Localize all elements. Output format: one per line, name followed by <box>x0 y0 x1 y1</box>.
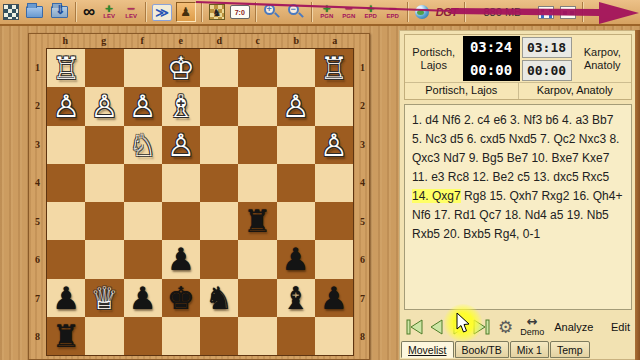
zoom-in-icon: + <box>263 3 281 21</box>
square-c2[interactable] <box>238 87 276 125</box>
tab-book-tb[interactable]: Book/TB <box>455 341 509 358</box>
coordinate-label: 4 <box>354 164 371 203</box>
square-d6[interactable] <box>200 240 238 278</box>
square-a3[interactable]: ♙ <box>315 126 353 164</box>
coordinate-label: g <box>85 34 124 48</box>
square-c4[interactable] <box>238 164 276 202</box>
square-d2[interactable] <box>200 87 238 125</box>
settings-gear-icon[interactable]: ⚙ <box>498 317 513 337</box>
infinite-analysis-button[interactable]: ∞ <box>80 0 98 24</box>
black-pawn: ♟ <box>320 279 348 317</box>
pgn-add-button[interactable]: + PGN <box>316 0 338 24</box>
square-f1[interactable] <box>124 49 162 87</box>
square-c3[interactable] <box>238 126 276 164</box>
white-player-label: Portisch, Lajos <box>405 83 519 99</box>
square-b4[interactable] <box>277 164 315 202</box>
square-e6[interactable]: ♟ <box>162 240 200 278</box>
chessboard-icon <box>3 4 19 20</box>
coordinate-label: f <box>123 34 162 48</box>
coordinate-label: 7 <box>29 279 46 318</box>
dgt-board-button[interactable]: DGT <box>432 0 462 24</box>
fullscreen-button[interactable] <box>535 0 557 24</box>
globe-icon <box>415 5 429 19</box>
black-knight: ♞ <box>205 279 233 317</box>
plus-icon: + <box>105 4 113 13</box>
board-frame: hgfedcba 12345678 12345678 ♖♔♖♙♙♙♗♙♘♙♙♜♟… <box>28 33 370 360</box>
moves-before[interactable]: 1. d4 Nf6 2. c4 e6 3. Nf3 b6 4. a3 Bb7 5… <box>412 113 619 184</box>
memory-value: 880 MB <box>469 6 535 18</box>
time-control-button[interactable]: 7:0 <box>228 0 252 24</box>
black-rook: ♜ <box>243 202 271 240</box>
black-time-main: 03:18 <box>522 37 572 58</box>
epd-add-button[interactable]: + EPD <box>360 0 382 24</box>
black-time-secondary: 00:00 <box>522 60 572 81</box>
rank-labels-right: 12345678 <box>354 48 371 356</box>
demo-button[interactable]: ↔ Demo <box>520 317 544 337</box>
coordinate-label: e <box>162 34 201 48</box>
toolbar-separator <box>464 2 466 22</box>
square-h1[interactable]: ♖ <box>47 49 85 87</box>
white-player-name: Portisch,Lajos <box>405 35 463 82</box>
square-h4[interactable] <box>47 164 85 202</box>
square-f8[interactable] <box>124 317 162 355</box>
toolbar-separator <box>201 2 203 22</box>
coordinate-label: 2 <box>354 87 371 126</box>
open-folder-icon <box>26 6 43 18</box>
square-e5[interactable] <box>162 202 200 240</box>
clock-panel: Portisch,Lajos 03:24 00:00 03:18 00:00 K… <box>404 34 632 100</box>
square-h5[interactable] <box>47 202 85 240</box>
open-button[interactable] <box>22 0 47 24</box>
square-b6[interactable]: ♟ <box>277 240 315 278</box>
square-d4[interactable] <box>200 164 238 202</box>
level-down-button[interactable]: − LEV <box>120 0 142 24</box>
file-labels: hgfedcba <box>46 34 354 48</box>
current-move-highlight[interactable]: 14. Qxg7 <box>412 189 461 203</box>
setup-position-button[interactable]: ♞ <box>206 0 228 24</box>
white-pawn: ♙ <box>52 87 80 125</box>
clock-icon: 7:0 <box>230 5 250 19</box>
square-e2[interactable]: ♗ <box>162 87 200 125</box>
square-c5[interactable]: ♜ <box>238 202 276 240</box>
square-h7[interactable]: ♟ <box>47 279 85 317</box>
window-edge <box>635 30 640 360</box>
square-a2[interactable] <box>315 87 353 125</box>
toolbar-separator <box>407 2 409 22</box>
internet-button[interactable] <box>412 0 432 24</box>
square-d5[interactable] <box>200 202 238 240</box>
white-knight: ♘ <box>129 126 157 164</box>
black-king: ♚ <box>167 279 195 317</box>
square-f4[interactable] <box>124 164 162 202</box>
white-clock-display: 03:24 00:00 <box>463 36 520 81</box>
level-up-button[interactable]: + LEV <box>98 0 120 24</box>
square-e1[interactable]: ♔ <box>162 49 200 87</box>
toolbar: ∞ + LEV − LEV ≫ ♟ ♞ 7:0 + − + PGN − PGN … <box>0 0 640 26</box>
chess-board[interactable]: ♖♔♖♙♙♙♗♙♘♙♙♜♟♟♟♕♟♚♞♝♟♜ <box>46 48 354 356</box>
coordinate-label: 3 <box>354 125 371 164</box>
square-b3[interactable] <box>277 126 315 164</box>
minus-icon: − <box>127 4 135 13</box>
demo-arrows-icon: ↔ <box>527 317 538 327</box>
square-a6[interactable] <box>315 240 353 278</box>
coordinate-label: 4 <box>29 164 46 203</box>
zoom-out-icon: − <box>287 3 305 21</box>
coordinate-label: b <box>277 34 316 48</box>
black-clock-display: 03:18 00:00 <box>522 36 572 81</box>
square-f3[interactable]: ♘ <box>124 126 162 164</box>
black-pawn: ♟ <box>282 240 310 278</box>
fast-forward-icon: ≫ <box>152 4 172 21</box>
black-pawn: ♟ <box>129 279 157 317</box>
square-g8[interactable] <box>85 317 123 355</box>
square-e7[interactable]: ♚ <box>162 279 200 317</box>
white-rook: ♖ <box>320 49 348 87</box>
epd-label: EPD <box>387 13 399 20</box>
square-g1[interactable] <box>85 49 123 87</box>
square-h6[interactable] <box>47 240 85 278</box>
go-to-start-button[interactable] <box>404 316 426 338</box>
toolbar-separator <box>311 2 313 22</box>
square-a7[interactable]: ♟ <box>315 279 353 317</box>
fullscreen-icon <box>538 6 554 19</box>
black-rook: ♜ <box>52 317 80 355</box>
square-e3[interactable]: ♙ <box>162 126 200 164</box>
pgn-label: PGN <box>320 13 333 20</box>
tab-temp[interactable]: Temp <box>550 341 590 358</box>
white-pawn: ♙ <box>282 87 310 125</box>
lev-label: LEV <box>125 13 137 20</box>
square-g5[interactable] <box>85 202 123 240</box>
coordinate-label: 6 <box>29 241 46 280</box>
square-a1[interactable]: ♖ <box>315 49 353 87</box>
white-king: ♔ <box>167 49 195 87</box>
coordinate-label: h <box>46 34 85 48</box>
square-g4[interactable] <box>85 164 123 202</box>
infinity-icon: ∞ <box>80 4 98 20</box>
coordinate-label: 7 <box>354 279 371 318</box>
right-panel: Portisch,Lajos 03:24 00:00 03:18 00:00 K… <box>399 30 635 360</box>
coordinate-label: 8 <box>29 318 46 357</box>
coordinate-label: a <box>316 34 355 48</box>
white-time-main: 03:24 <box>463 36 520 59</box>
square-a5[interactable] <box>315 202 353 240</box>
edit-button[interactable]: Edit <box>611 321 630 333</box>
save-button[interactable] <box>47 0 72 24</box>
zoom-out-button[interactable]: − <box>284 0 308 24</box>
square-b2[interactable]: ♙ <box>277 87 315 125</box>
zoom-in-button[interactable]: + <box>260 0 284 24</box>
move-list: 1. d4 Nf6 2. c4 e6 3. Nf3 b6 4. a3 Bb7 5… <box>412 111 624 244</box>
coordinate-label: c <box>239 34 278 48</box>
white-pawn: ♙ <box>90 87 118 125</box>
rank-labels-left: 12345678 <box>29 48 46 356</box>
square-h3[interactable] <box>47 126 85 164</box>
square-b1[interactable] <box>277 49 315 87</box>
square-g2[interactable]: ♙ <box>85 87 123 125</box>
square-d3[interactable] <box>200 126 238 164</box>
white-queen: ♕ <box>90 279 118 317</box>
toolbar-separator <box>75 2 77 22</box>
black-bishop: ♝ <box>282 279 310 317</box>
dual-view-button[interactable] <box>557 0 579 24</box>
square-h2[interactable]: ♙ <box>47 87 85 125</box>
toolbar-separator <box>145 2 147 22</box>
demo-label: Demo <box>520 327 544 337</box>
square-d1[interactable] <box>200 49 238 87</box>
coordinate-label: 1 <box>29 48 46 87</box>
square-g3[interactable] <box>85 126 123 164</box>
new-board-button[interactable] <box>0 0 22 24</box>
square-d8[interactable] <box>200 317 238 355</box>
square-c8[interactable] <box>238 317 276 355</box>
coordinate-label: 5 <box>354 202 371 241</box>
pgn-remove-button[interactable]: − PGN <box>338 0 360 24</box>
black-player-name: Karpov,Anatoly <box>574 35 632 82</box>
square-f5[interactable] <box>124 202 162 240</box>
plus-icon: + <box>323 4 331 13</box>
square-d7[interactable]: ♞ <box>200 279 238 317</box>
tab-mix1[interactable]: Mix 1 <box>510 341 549 358</box>
black-player-label: Karpov, Anatoly <box>519 83 632 99</box>
coordinate-label: 1 <box>354 48 371 87</box>
square-f2[interactable]: ♙ <box>124 87 162 125</box>
square-c7[interactable] <box>238 279 276 317</box>
epd-label: EPD <box>365 13 377 20</box>
white-rook: ♖ <box>52 49 80 87</box>
plus-icon: + <box>367 4 375 13</box>
square-e4[interactable] <box>162 164 200 202</box>
save-icon <box>51 6 68 18</box>
square-h8[interactable]: ♜ <box>47 317 85 355</box>
square-c6[interactable] <box>238 240 276 278</box>
minus-icon: − <box>345 4 353 13</box>
white-pawn: ♙ <box>320 126 348 164</box>
analyze-button[interactable]: Analyze <box>554 321 593 333</box>
tab-movelist[interactable]: Movelist <box>401 341 454 358</box>
toolbar-separator <box>255 2 257 22</box>
dual-monitor-icon <box>560 6 576 19</box>
movelist-panel[interactable]: 1. d4 Nf6 2. c4 e6 3. Nf3 b6 4. a3 Bb7 5… <box>404 104 632 310</box>
engine-icon: ♟ <box>176 2 196 22</box>
setup-board-icon: ♞ <box>209 4 225 20</box>
toolbar-separator <box>582 2 584 22</box>
square-b7[interactable]: ♝ <box>277 279 315 317</box>
square-b5[interactable] <box>277 202 315 240</box>
engine-toggle-button[interactable]: ♟ <box>174 0 198 24</box>
fast-forward-button[interactable]: ≫ <box>150 0 174 24</box>
coordinate-label: d <box>200 34 239 48</box>
square-a4[interactable] <box>315 164 353 202</box>
panel-tabs: Movelist Book/TB Mix 1 Temp <box>401 341 590 358</box>
square-f7[interactable]: ♟ <box>124 279 162 317</box>
coordinate-label: 6 <box>354 241 371 280</box>
black-pawn: ♟ <box>52 279 80 317</box>
dgt-logo: DGT <box>432 6 462 18</box>
coordinate-label: 5 <box>29 202 46 241</box>
square-g6[interactable] <box>85 240 123 278</box>
white-time-secondary: 00:00 <box>463 59 520 82</box>
coordinate-label: 3 <box>29 125 46 164</box>
lev-label: LEV <box>103 13 115 20</box>
cursor-highlight <box>443 304 483 342</box>
square-e8[interactable] <box>162 317 200 355</box>
epd-remove-button[interactable]: − EPD <box>382 0 404 24</box>
black-pawn: ♟ <box>167 240 195 278</box>
pgn-label: PGN <box>342 13 355 20</box>
navigation-controls: ⚙ ↔ Demo Analyze Edit <box>404 314 632 340</box>
square-f6[interactable] <box>124 240 162 278</box>
coordinate-label: 8 <box>354 318 371 357</box>
white-bishop: ♗ <box>167 87 195 125</box>
square-c1[interactable] <box>238 49 276 87</box>
white-pawn: ♙ <box>129 87 157 125</box>
coordinate-label: 2 <box>29 87 46 126</box>
white-pawn: ♙ <box>167 126 195 164</box>
hash-memory-display: 880 MB <box>469 0 535 24</box>
square-b8[interactable] <box>277 317 315 355</box>
square-a8[interactable] <box>315 317 353 355</box>
minus-icon: − <box>389 4 397 13</box>
square-g7[interactable]: ♕ <box>85 279 123 317</box>
